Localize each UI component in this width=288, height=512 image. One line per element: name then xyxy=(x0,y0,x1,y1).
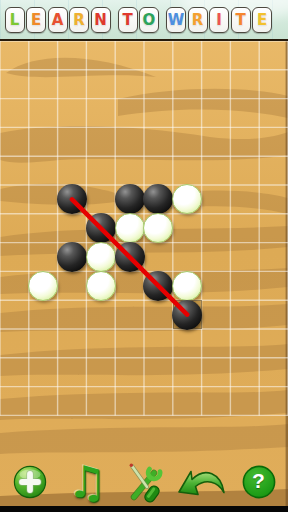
new-game-button[interactable] xyxy=(2,458,57,506)
board-cell[interactable] xyxy=(202,185,231,214)
stone-white xyxy=(28,271,58,301)
board-cell[interactable] xyxy=(86,387,115,416)
page-title: LEARNTOWRITE xyxy=(3,7,272,33)
app-screen: LEARNTOWRITE xyxy=(0,0,288,512)
board-cell[interactable] xyxy=(115,300,144,329)
title-letter-tile: I xyxy=(209,7,229,33)
board-cell[interactable] xyxy=(259,358,288,387)
tools-icon xyxy=(125,461,163,503)
board-cell[interactable] xyxy=(58,358,87,387)
board-cell[interactable] xyxy=(0,70,29,99)
help-button[interactable]: ? xyxy=(231,458,286,506)
board-cell[interactable] xyxy=(58,271,87,300)
board-cell[interactable] xyxy=(115,41,144,70)
undo-button[interactable] xyxy=(174,458,229,506)
board-cell[interactable] xyxy=(173,387,202,416)
board-cell[interactable] xyxy=(202,41,231,70)
board-cell[interactable] xyxy=(144,41,173,70)
title-letter-tile: W xyxy=(166,7,186,33)
board-cell[interactable] xyxy=(173,329,202,358)
board-cell[interactable] xyxy=(259,185,288,214)
board-cell[interactable] xyxy=(58,156,87,185)
board-cell[interactable] xyxy=(259,70,288,99)
board-cell[interactable] xyxy=(230,358,259,387)
board-cell[interactable] xyxy=(58,300,87,329)
stone-black xyxy=(86,213,116,243)
board-cell[interactable] xyxy=(173,243,202,272)
board-cell[interactable] xyxy=(58,70,87,99)
board-cell[interactable] xyxy=(230,127,259,156)
board-cell[interactable] xyxy=(0,41,29,70)
stone-white xyxy=(86,242,116,272)
board-cell[interactable] xyxy=(202,214,231,243)
title-letter-tile: N xyxy=(91,7,111,33)
stone-white xyxy=(172,271,202,301)
board-cell[interactable] xyxy=(115,387,144,416)
title-letter: T xyxy=(122,13,132,28)
board-cell[interactable] xyxy=(259,214,288,243)
board-cell[interactable] xyxy=(115,70,144,99)
board-cell[interactable] xyxy=(86,185,115,214)
title-letter: R xyxy=(73,13,85,28)
board-cell[interactable] xyxy=(230,329,259,358)
gomoku-board xyxy=(0,41,288,415)
board-cell[interactable] xyxy=(58,99,87,128)
board-cell[interactable] xyxy=(86,300,115,329)
board-cell[interactable] xyxy=(259,99,288,128)
board-cell[interactable] xyxy=(0,99,29,128)
board-cell[interactable] xyxy=(259,41,288,70)
title-letter-tile: E xyxy=(26,7,46,33)
board-cell[interactable] xyxy=(259,271,288,300)
title-bar: LEARNTOWRITE xyxy=(0,0,288,39)
board-cell[interactable] xyxy=(230,271,259,300)
board-cell[interactable] xyxy=(144,156,173,185)
board-cell[interactable] xyxy=(144,127,173,156)
board-cell[interactable] xyxy=(0,329,29,358)
title-letter: L xyxy=(10,13,20,28)
wood-background: ♫ xyxy=(0,41,288,506)
music-button[interactable]: ♫ xyxy=(59,458,114,506)
title-letter-tile: T xyxy=(118,7,138,33)
board-cell[interactable] xyxy=(29,185,58,214)
plus-circle-icon xyxy=(13,465,47,499)
board-cell[interactable] xyxy=(29,156,58,185)
title-letter-tile: L xyxy=(5,7,25,33)
stone-white xyxy=(115,213,145,243)
board-cell[interactable] xyxy=(259,387,288,416)
stone-black xyxy=(57,242,87,272)
board-cell[interactable] xyxy=(202,156,231,185)
music-note-icon: ♫ xyxy=(67,460,106,504)
board-cell[interactable] xyxy=(230,70,259,99)
board-cell[interactable] xyxy=(0,214,29,243)
board-cell[interactable] xyxy=(0,271,29,300)
board-cell[interactable] xyxy=(86,70,115,99)
title-letter: A xyxy=(52,13,64,28)
board-cell[interactable] xyxy=(58,127,87,156)
title-letter: E xyxy=(31,13,41,28)
title-letter-tile: T xyxy=(231,7,251,33)
board-cell[interactable] xyxy=(144,387,173,416)
board-cell[interactable] xyxy=(58,214,87,243)
board-cell[interactable] xyxy=(29,358,58,387)
board-cell[interactable] xyxy=(230,387,259,416)
board-cell[interactable] xyxy=(58,387,87,416)
board-cell[interactable] xyxy=(202,387,231,416)
board-cell[interactable] xyxy=(173,70,202,99)
title-letter-tile: R xyxy=(188,7,208,33)
toolbar: ♫ xyxy=(0,458,288,506)
board-cell[interactable] xyxy=(115,358,144,387)
board-cell[interactable] xyxy=(202,127,231,156)
stone-black xyxy=(143,271,173,301)
board-cell[interactable] xyxy=(0,156,29,185)
board-cell[interactable] xyxy=(202,271,231,300)
board-cell[interactable] xyxy=(29,99,58,128)
board-cell[interactable] xyxy=(144,99,173,128)
board-cell[interactable] xyxy=(86,127,115,156)
title-letter: T xyxy=(235,13,245,28)
board-cell[interactable] xyxy=(115,329,144,358)
board-cell[interactable] xyxy=(86,156,115,185)
title-letter-tile: R xyxy=(69,7,89,33)
board-cell[interactable] xyxy=(0,358,29,387)
board-cell[interactable] xyxy=(115,99,144,128)
board-cell[interactable] xyxy=(202,243,231,272)
board-cell[interactable] xyxy=(202,300,231,329)
undo-arrow-icon xyxy=(174,461,228,503)
board-cell[interactable] xyxy=(173,127,202,156)
board-cell[interactable] xyxy=(29,70,58,99)
title-letter: W xyxy=(168,13,185,28)
board-cell[interactable] xyxy=(0,127,29,156)
board-cell[interactable] xyxy=(144,329,173,358)
board-cell[interactable] xyxy=(259,243,288,272)
board-cell[interactable] xyxy=(144,243,173,272)
stone-black xyxy=(172,300,202,330)
board-cell[interactable] xyxy=(259,300,288,329)
board-cell[interactable] xyxy=(173,156,202,185)
board-cell[interactable] xyxy=(29,300,58,329)
board-cell[interactable] xyxy=(202,329,231,358)
board-cell[interactable] xyxy=(230,214,259,243)
board-cell[interactable] xyxy=(230,156,259,185)
question-mark-glyph: ? xyxy=(242,469,276,493)
board-cell[interactable] xyxy=(58,41,87,70)
board-cell[interactable] xyxy=(230,185,259,214)
board-cell[interactable] xyxy=(86,329,115,358)
board-cell[interactable] xyxy=(230,300,259,329)
title-letter: R xyxy=(192,13,204,28)
board-cell[interactable] xyxy=(173,214,202,243)
board-cell[interactable] xyxy=(144,70,173,99)
board-cell[interactable] xyxy=(259,329,288,358)
title-letter-tile: E xyxy=(252,7,272,33)
board-cell[interactable] xyxy=(173,41,202,70)
bottom-strip xyxy=(0,506,288,512)
title-letter: E xyxy=(257,13,267,28)
board-cell[interactable] xyxy=(86,99,115,128)
board-cell[interactable] xyxy=(202,358,231,387)
settings-button[interactable] xyxy=(117,458,172,506)
board-cell[interactable] xyxy=(29,127,58,156)
board-cell[interactable] xyxy=(0,300,29,329)
board-cell[interactable] xyxy=(115,156,144,185)
board-cell[interactable] xyxy=(115,127,144,156)
board-cell[interactable] xyxy=(173,358,202,387)
board-cell[interactable] xyxy=(230,243,259,272)
board-cell[interactable] xyxy=(58,329,87,358)
board-cell[interactable] xyxy=(259,156,288,185)
board-cell[interactable] xyxy=(29,214,58,243)
board-cell[interactable] xyxy=(144,358,173,387)
board-cell[interactable] xyxy=(202,99,231,128)
stone-white xyxy=(86,271,116,301)
board-cell[interactable] xyxy=(144,300,173,329)
board-cell[interactable] xyxy=(0,243,29,272)
title-letter: N xyxy=(94,13,107,28)
title-letter-tile: A xyxy=(48,7,68,33)
title-letter-tile: O xyxy=(139,7,159,33)
board-cell[interactable] xyxy=(29,387,58,416)
board-cell[interactable] xyxy=(230,99,259,128)
board-cell[interactable] xyxy=(86,41,115,70)
board-cell[interactable] xyxy=(202,70,231,99)
stone-black xyxy=(115,242,145,272)
title-letter: I xyxy=(216,13,222,28)
board-cell[interactable] xyxy=(173,99,202,128)
title-letter: O xyxy=(143,13,156,28)
board-cell[interactable] xyxy=(115,271,144,300)
board-cell[interactable] xyxy=(29,41,58,70)
stone-black xyxy=(115,184,145,214)
board-cell[interactable] xyxy=(0,387,29,416)
board-cell[interactable] xyxy=(0,185,29,214)
board-cell[interactable] xyxy=(230,41,259,70)
board-cell[interactable] xyxy=(86,358,115,387)
board-cell[interactable] xyxy=(29,329,58,358)
board-cell[interactable] xyxy=(29,243,58,272)
board-cell[interactable] xyxy=(259,127,288,156)
